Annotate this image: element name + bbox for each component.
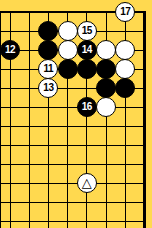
grid-vline <box>29 12 30 228</box>
stone-Q10: △ <box>77 173 97 193</box>
grid-hline <box>0 126 146 127</box>
grid-hline <box>0 107 146 108</box>
stone-R14 <box>96 97 116 117</box>
stone-R17 <box>96 40 116 60</box>
stone-P16 <box>58 59 78 79</box>
move-number-label: 17 <box>120 2 130 22</box>
move-number-label: 14 <box>82 40 92 60</box>
stone-R16 <box>96 59 116 79</box>
grid-hline <box>0 164 146 165</box>
stone-Q17: 14 <box>77 40 97 60</box>
grid-hline <box>0 221 146 222</box>
move-number-label: 15 <box>82 21 92 41</box>
stone-S17 <box>115 40 135 60</box>
move-number-label: 11 <box>44 59 54 79</box>
stone-S15 <box>115 78 135 98</box>
stone-Q14: 16 <box>77 97 97 117</box>
move-number-label: 16 <box>82 97 92 117</box>
stone-O18 <box>38 21 58 41</box>
go-board: 17151214111316△ <box>0 0 152 228</box>
grid-hline <box>0 202 146 203</box>
grid-hline <box>0 145 146 146</box>
stone-Q16 <box>77 59 97 79</box>
stone-O16: 11 <box>38 59 58 79</box>
stone-P18 <box>58 21 78 41</box>
move-number-label: 12 <box>5 40 15 60</box>
stone-M17: 12 <box>0 40 20 60</box>
stone-Q18: 15 <box>77 21 97 41</box>
board-right-edge <box>143 11 146 228</box>
move-number-label: 13 <box>43 78 53 98</box>
grid-hline <box>0 183 146 184</box>
stone-S16 <box>115 59 135 79</box>
stone-O15: 13 <box>38 78 58 98</box>
stone-O17 <box>38 40 58 60</box>
stone-R15 <box>96 78 116 98</box>
stone-S19: 17 <box>115 2 135 22</box>
stone-P17 <box>58 40 78 60</box>
triangle-mark: △ <box>82 174 92 192</box>
